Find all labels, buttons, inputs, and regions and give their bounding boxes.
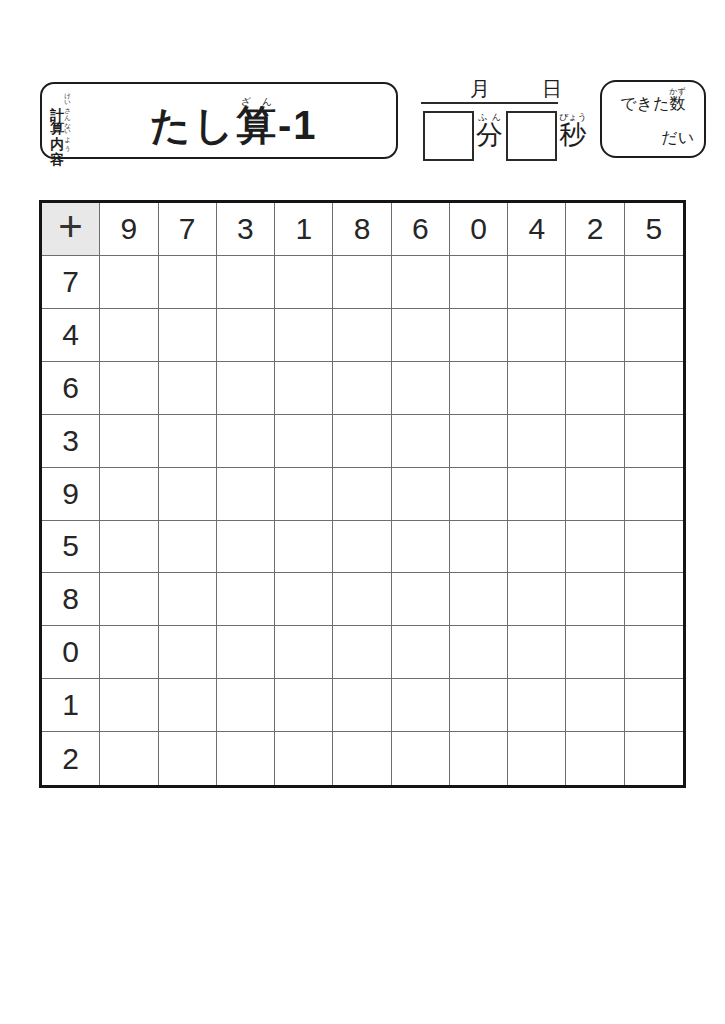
row-header-cell: 2 xyxy=(42,732,100,785)
answer-cell[interactable] xyxy=(217,679,275,732)
answer-cell[interactable] xyxy=(275,679,333,732)
answer-cell[interactable] xyxy=(159,521,217,574)
answer-cell[interactable] xyxy=(159,679,217,732)
answer-cell[interactable] xyxy=(392,256,450,309)
answer-cell[interactable] xyxy=(333,732,391,785)
answer-cell[interactable] xyxy=(217,468,275,521)
answer-cell[interactable] xyxy=(392,415,450,468)
answer-cell[interactable] xyxy=(508,626,566,679)
answer-cell[interactable] xyxy=(333,521,391,574)
date-underline xyxy=(421,102,558,104)
answer-cell[interactable] xyxy=(275,256,333,309)
row-header-cell: 3 xyxy=(42,415,100,468)
minutes-input-box[interactable] xyxy=(423,111,474,161)
answer-cell[interactable] xyxy=(392,732,450,785)
answer-cell[interactable] xyxy=(100,362,158,415)
answer-cell[interactable] xyxy=(275,573,333,626)
answer-cell[interactable] xyxy=(566,732,624,785)
category-char: 内ない xyxy=(50,117,66,132)
answer-cell[interactable] xyxy=(392,521,450,574)
answer-cell[interactable] xyxy=(159,626,217,679)
answer-cell[interactable] xyxy=(217,732,275,785)
answer-cell[interactable] xyxy=(450,573,508,626)
answer-cell[interactable] xyxy=(392,362,450,415)
col-header-cell: 1 xyxy=(275,203,333,256)
answer-cell[interactable] xyxy=(275,309,333,362)
answer-cell[interactable] xyxy=(450,468,508,521)
answer-cell[interactable] xyxy=(217,309,275,362)
answer-cell[interactable] xyxy=(566,626,624,679)
answer-cell[interactable] xyxy=(450,626,508,679)
answer-cell[interactable] xyxy=(392,679,450,732)
row-header-cell: 1 xyxy=(42,679,100,732)
answer-cell[interactable] xyxy=(333,256,391,309)
answer-cell[interactable] xyxy=(217,256,275,309)
answer-cell[interactable] xyxy=(625,256,683,309)
answer-cell[interactable] xyxy=(566,521,624,574)
answer-cell[interactable] xyxy=(333,679,391,732)
answer-cell[interactable] xyxy=(450,732,508,785)
col-header-cell: 3 xyxy=(217,203,275,256)
row-header-cell: 4 xyxy=(42,309,100,362)
answer-cell[interactable] xyxy=(508,309,566,362)
answer-cell[interactable] xyxy=(508,521,566,574)
answer-cell[interactable] xyxy=(625,679,683,732)
row-header-cell: 5 xyxy=(42,521,100,574)
answer-cell[interactable] xyxy=(217,362,275,415)
score-unit-label: だい xyxy=(661,128,694,149)
answer-cell[interactable] xyxy=(392,626,450,679)
answer-cell[interactable] xyxy=(508,256,566,309)
row-header-cell: 8 xyxy=(42,573,100,626)
answer-cell[interactable] xyxy=(159,256,217,309)
answer-cell[interactable] xyxy=(275,626,333,679)
worksheet-page: 計けい算さん内ない容よう たし算ざん-1 月 日 分ふん 秒びょう できた数かず… xyxy=(0,0,725,1024)
month-label: 月 xyxy=(470,77,490,101)
answer-cell[interactable] xyxy=(275,468,333,521)
answer-cell[interactable] xyxy=(566,679,624,732)
answer-cell[interactable] xyxy=(508,415,566,468)
answer-cell[interactable] xyxy=(392,468,450,521)
answer-cell[interactable] xyxy=(159,362,217,415)
worksheet-title: たし算ざん-1 xyxy=(72,97,396,145)
minutes-unit-label: 分ふん xyxy=(476,112,503,149)
answer-cell[interactable] xyxy=(508,468,566,521)
answer-cell[interactable] xyxy=(508,732,566,785)
answer-cell[interactable] xyxy=(333,415,391,468)
answer-cell[interactable] xyxy=(566,256,624,309)
col-header-cell: 4 xyxy=(508,203,566,256)
answer-cell[interactable] xyxy=(625,415,683,468)
row-header-cell: 9 xyxy=(42,468,100,521)
category-char: 容よう xyxy=(50,132,66,147)
category-char: 算さん xyxy=(50,102,66,117)
answer-cell[interactable] xyxy=(508,362,566,415)
answer-cell[interactable] xyxy=(625,468,683,521)
answer-cell[interactable] xyxy=(566,468,624,521)
answer-cell[interactable] xyxy=(392,573,450,626)
answer-cell[interactable] xyxy=(566,415,624,468)
row-header-cell: 0 xyxy=(42,626,100,679)
row-header-cell: 6 xyxy=(42,362,100,415)
answer-cell[interactable] xyxy=(100,256,158,309)
answer-cell[interactable] xyxy=(625,309,683,362)
col-header-cell: 6 xyxy=(392,203,450,256)
col-header-cell: 7 xyxy=(159,203,217,256)
answer-cell[interactable] xyxy=(217,626,275,679)
answer-cell[interactable] xyxy=(100,415,158,468)
answer-cell[interactable] xyxy=(450,415,508,468)
answer-cell[interactable] xyxy=(100,573,158,626)
col-header-cell: 5 xyxy=(625,203,683,256)
answer-cell[interactable] xyxy=(275,362,333,415)
answer-cell[interactable] xyxy=(566,573,624,626)
answer-cell[interactable] xyxy=(508,573,566,626)
answer-cell[interactable] xyxy=(450,362,508,415)
answer-cell[interactable] xyxy=(566,362,624,415)
answer-cell[interactable] xyxy=(275,732,333,785)
answer-cell[interactable] xyxy=(625,362,683,415)
category-label: 計けい算さん内ない容よう xyxy=(50,88,72,154)
answer-cell[interactable] xyxy=(333,309,391,362)
answer-cell[interactable] xyxy=(100,732,158,785)
answer-cell[interactable] xyxy=(100,679,158,732)
row-header-cell: 7 xyxy=(42,256,100,309)
score-box[interactable]: できた数かず だい xyxy=(600,80,706,158)
answer-cell[interactable] xyxy=(159,309,217,362)
col-header-cell: 2 xyxy=(566,203,624,256)
answer-cell[interactable] xyxy=(100,309,158,362)
answer-cell[interactable] xyxy=(100,468,158,521)
answer-cell[interactable] xyxy=(217,415,275,468)
answer-cell[interactable] xyxy=(450,521,508,574)
answer-cell[interactable] xyxy=(450,256,508,309)
plus-operator-cell: + xyxy=(42,203,100,256)
answer-cell[interactable] xyxy=(159,732,217,785)
answer-cell[interactable] xyxy=(625,573,683,626)
title-box: 計けい算さん内ない容よう たし算ざん-1 xyxy=(40,82,398,159)
answer-cell[interactable] xyxy=(333,573,391,626)
col-header-cell: 9 xyxy=(100,203,158,256)
answer-cell[interactable] xyxy=(217,573,275,626)
score-box-label: できた数かず xyxy=(602,87,704,112)
answer-cell[interactable] xyxy=(450,679,508,732)
answer-cell[interactable] xyxy=(392,309,450,362)
answer-cell[interactable] xyxy=(625,521,683,574)
answer-cell[interactable] xyxy=(508,679,566,732)
answer-cell[interactable] xyxy=(333,362,391,415)
answer-cell[interactable] xyxy=(159,468,217,521)
answer-cell[interactable] xyxy=(159,415,217,468)
day-label: 日 xyxy=(542,77,562,101)
answer-cell[interactable] xyxy=(100,626,158,679)
answer-cell[interactable] xyxy=(159,573,217,626)
seconds-input-box[interactable] xyxy=(506,111,557,161)
answer-cell[interactable] xyxy=(333,626,391,679)
category-char: 計けい xyxy=(50,88,66,103)
col-header-cell: 0 xyxy=(450,203,508,256)
answer-cell[interactable] xyxy=(625,626,683,679)
seconds-unit-label: 秒びょう xyxy=(559,112,587,149)
answer-cell[interactable] xyxy=(217,521,275,574)
answer-cell[interactable] xyxy=(566,309,624,362)
addition-grid: +97318604257463958012 xyxy=(39,200,686,788)
answer-cell[interactable] xyxy=(275,415,333,468)
date-section: 月 日 分ふん 秒びょう xyxy=(421,75,591,175)
answer-cell[interactable] xyxy=(275,521,333,574)
answer-cell[interactable] xyxy=(625,732,683,785)
answer-cell[interactable] xyxy=(333,468,391,521)
col-header-cell: 8 xyxy=(333,203,391,256)
answer-cell[interactable] xyxy=(100,521,158,574)
answer-cell[interactable] xyxy=(450,309,508,362)
